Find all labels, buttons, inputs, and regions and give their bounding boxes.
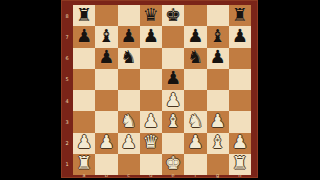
square-b3[interactable] — [95, 111, 117, 132]
black-pawn-piece[interactable]: ♟ — [121, 27, 137, 45]
file-label-b: b — [95, 172, 117, 178]
file-label-a: a — [73, 172, 95, 178]
square-a8[interactable]: ♜ — [73, 5, 95, 26]
white-bishop-piece[interactable]: ♝ — [165, 112, 181, 130]
square-g2[interactable]: ♝ — [207, 133, 229, 154]
square-h5[interactable] — [229, 69, 251, 90]
square-c5[interactable] — [118, 69, 140, 90]
square-a5[interactable] — [73, 69, 95, 90]
black-pawn-piece[interactable]: ♟ — [187, 27, 203, 45]
square-c4[interactable] — [118, 90, 140, 111]
file-label-h: h — [229, 172, 251, 178]
white-pawn-piece[interactable]: ♟ — [232, 133, 248, 151]
rank-label-1: 1 — [61, 154, 73, 175]
square-h6[interactable] — [229, 48, 251, 69]
square-f8[interactable] — [184, 5, 206, 26]
square-c3[interactable]: ♞ — [118, 111, 140, 132]
square-a7[interactable]: ♟ — [73, 26, 95, 47]
black-knight-piece[interactable]: ♞ — [187, 48, 203, 66]
rank-label-2: 2 — [61, 133, 73, 154]
white-pawn-piece[interactable]: ♟ — [143, 112, 159, 130]
square-f3[interactable]: ♞ — [184, 111, 206, 132]
square-c8[interactable] — [118, 5, 140, 26]
white-pawn-piece[interactable]: ♟ — [165, 91, 181, 109]
board-frame: 87654321 ♜♛♚♜♟♝♟♟♟♝♟♟♞♞♟♟♟♞♟♝♞♟♟♟♟♛♟♝♟♜♚… — [61, 0, 258, 178]
square-b4[interactable] — [95, 90, 117, 111]
file-label-d: d — [140, 172, 162, 178]
white-king-piece[interactable]: ♚ — [165, 154, 181, 172]
square-e2[interactable] — [162, 133, 184, 154]
square-f5[interactable] — [184, 69, 206, 90]
square-e5[interactable]: ♟ — [162, 69, 184, 90]
square-h2[interactable]: ♟ — [229, 133, 251, 154]
square-d5[interactable] — [140, 69, 162, 90]
square-f7[interactable]: ♟ — [184, 26, 206, 47]
white-pawn-piece[interactable]: ♟ — [98, 133, 114, 151]
square-a6[interactable] — [73, 48, 95, 69]
square-b2[interactable]: ♟ — [95, 133, 117, 154]
rank-label-3: 3 — [61, 111, 73, 132]
white-rook-piece[interactable]: ♜ — [232, 154, 248, 172]
rank-label-6: 6 — [61, 48, 73, 69]
rank-label-8: 8 — [61, 5, 73, 26]
black-pawn-piece[interactable]: ♟ — [210, 48, 226, 66]
square-f6[interactable]: ♞ — [184, 48, 206, 69]
black-pawn-piece[interactable]: ♟ — [165, 69, 181, 87]
square-c6[interactable]: ♞ — [118, 48, 140, 69]
video-frame: 87654321 ♜♛♚♜♟♝♟♟♟♝♟♟♞♞♟♟♟♞♟♝♞♟♟♟♟♛♟♝♟♜♚… — [0, 0, 320, 180]
square-b6[interactable]: ♟ — [95, 48, 117, 69]
rank-labels: 87654321 — [61, 5, 73, 175]
white-pawn-piece[interactable]: ♟ — [210, 112, 226, 130]
file-labels: abcdefgh — [73, 172, 251, 178]
square-d6[interactable] — [140, 48, 162, 69]
white-bishop-piece[interactable]: ♝ — [210, 133, 226, 151]
file-label-e: e — [162, 172, 184, 178]
black-knight-piece[interactable]: ♞ — [121, 48, 137, 66]
square-d3[interactable]: ♟ — [140, 111, 162, 132]
black-bishop-piece[interactable]: ♝ — [210, 27, 226, 45]
square-e6[interactable] — [162, 48, 184, 69]
black-rook-piece[interactable]: ♜ — [232, 6, 248, 24]
square-h8[interactable]: ♜ — [229, 5, 251, 26]
square-c7[interactable]: ♟ — [118, 26, 140, 47]
black-pawn-piece[interactable]: ♟ — [76, 27, 92, 45]
file-label-f: f — [184, 172, 206, 178]
white-rook-piece[interactable]: ♜ — [76, 154, 92, 172]
square-e4[interactable]: ♟ — [162, 90, 184, 111]
black-pawn-piece[interactable]: ♟ — [143, 27, 159, 45]
square-g5[interactable] — [207, 69, 229, 90]
white-pawn-piece[interactable]: ♟ — [76, 133, 92, 151]
white-queen-piece[interactable]: ♛ — [143, 133, 159, 151]
white-knight-piece[interactable]: ♞ — [187, 112, 203, 130]
square-e7[interactable] — [162, 26, 184, 47]
black-queen-piece[interactable]: ♛ — [143, 6, 159, 24]
black-pawn-piece[interactable]: ♟ — [232, 27, 248, 45]
square-f2[interactable]: ♟ — [184, 133, 206, 154]
square-g4[interactable] — [207, 90, 229, 111]
rank-label-4: 4 — [61, 90, 73, 111]
rank-label-5: 5 — [61, 69, 73, 90]
white-pawn-piece[interactable]: ♟ — [121, 133, 137, 151]
square-b8[interactable] — [95, 5, 117, 26]
square-f4[interactable] — [184, 90, 206, 111]
square-h3[interactable] — [229, 111, 251, 132]
black-bishop-piece[interactable]: ♝ — [98, 27, 114, 45]
rank-label-7: 7 — [61, 26, 73, 47]
square-h7[interactable]: ♟ — [229, 26, 251, 47]
white-knight-piece[interactable]: ♞ — [121, 112, 137, 130]
square-a2[interactable]: ♟ — [73, 133, 95, 154]
square-b7[interactable]: ♝ — [95, 26, 117, 47]
file-label-g: g — [207, 172, 229, 178]
square-g7[interactable]: ♝ — [207, 26, 229, 47]
black-pawn-piece[interactable]: ♟ — [98, 48, 114, 66]
file-label-c: c — [118, 172, 140, 178]
square-e3[interactable]: ♝ — [162, 111, 184, 132]
square-e8[interactable]: ♚ — [162, 5, 184, 26]
square-g8[interactable] — [207, 5, 229, 26]
square-d4[interactable] — [140, 90, 162, 111]
square-d8[interactable]: ♛ — [140, 5, 162, 26]
square-a4[interactable] — [73, 90, 95, 111]
white-pawn-piece[interactable]: ♟ — [187, 133, 203, 151]
square-d2[interactable]: ♛ — [140, 133, 162, 154]
square-g3[interactable]: ♟ — [207, 111, 229, 132]
square-h4[interactable] — [229, 90, 251, 111]
square-d7[interactable]: ♟ — [140, 26, 162, 47]
square-a3[interactable] — [73, 111, 95, 132]
square-b5[interactable] — [95, 69, 117, 90]
board: ♜♛♚♜♟♝♟♟♟♝♟♟♞♞♟♟♟♞♟♝♞♟♟♟♟♛♟♝♟♜♚♜ — [73, 5, 251, 175]
black-king-piece[interactable]: ♚ — [165, 6, 181, 24]
square-c2[interactable]: ♟ — [118, 133, 140, 154]
black-rook-piece[interactable]: ♜ — [76, 6, 92, 24]
square-g6[interactable]: ♟ — [207, 48, 229, 69]
